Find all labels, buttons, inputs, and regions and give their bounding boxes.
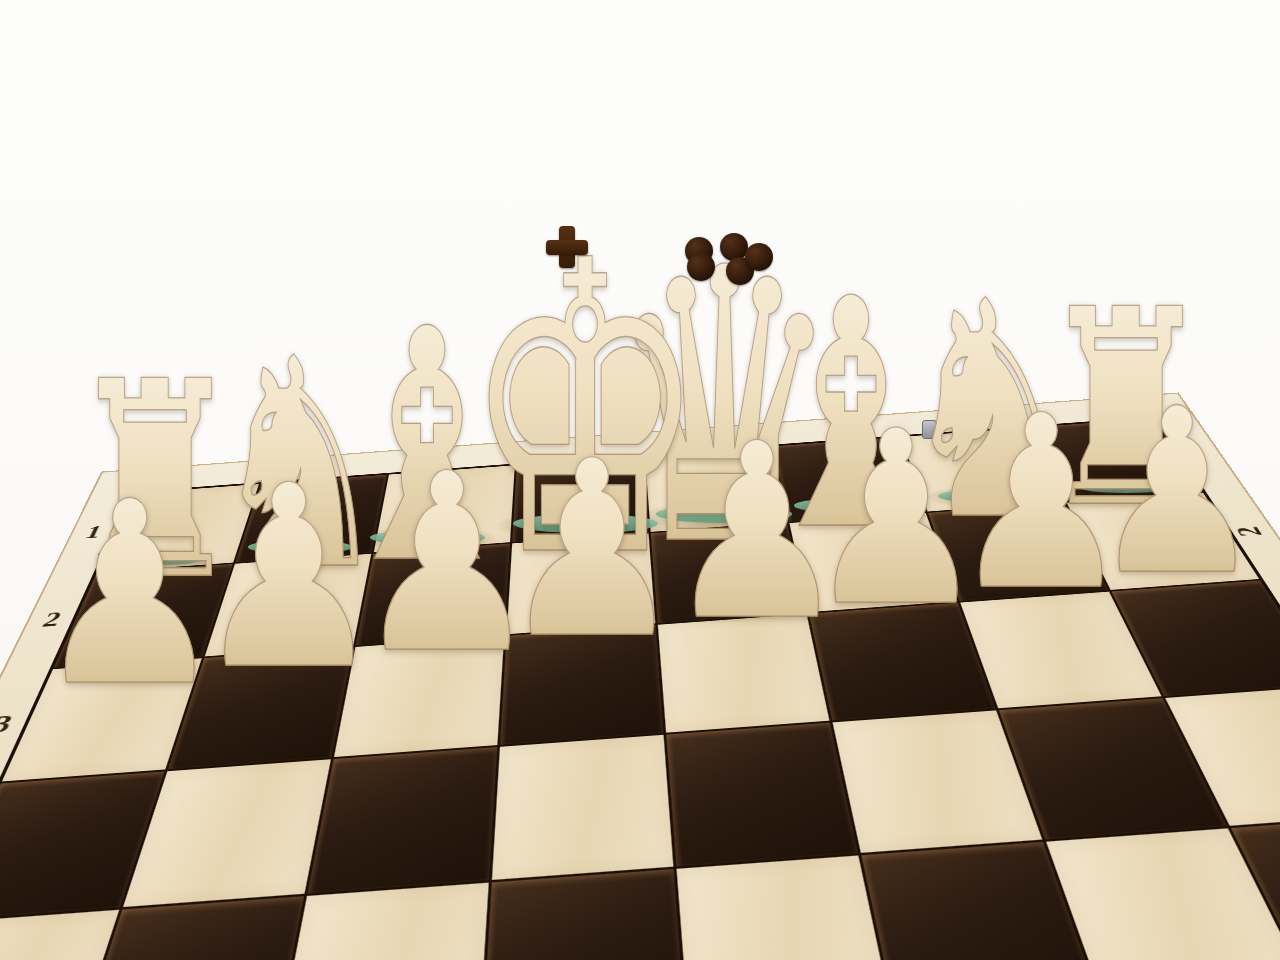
pieces-layer: ♜♞♝♛♚♝♞♟♜♟♟♟♟♟♟♟ xyxy=(0,0,1280,960)
pawn-glyph: ♟ xyxy=(34,468,227,721)
queen-ball-accent xyxy=(687,253,715,281)
king-cross-accent xyxy=(546,240,588,255)
piece-white-pawn-h2[interactable]: ♟ xyxy=(17,468,244,721)
queen-ball-accent xyxy=(745,243,773,271)
photo-stage: 1232 ♜♞♝♛♚♝♞♟♜♟♟♟♟♟♟♟ xyxy=(0,0,1280,960)
